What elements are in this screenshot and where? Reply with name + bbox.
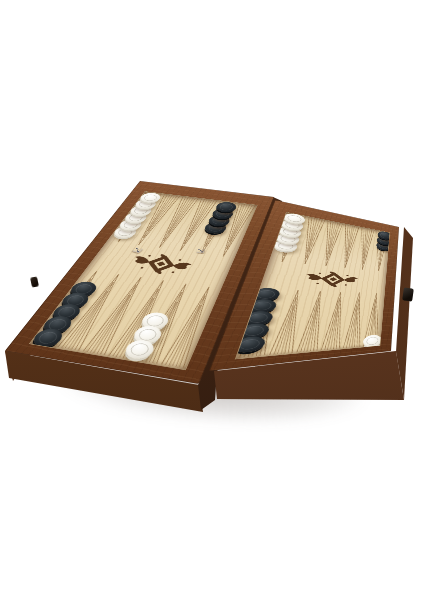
medallion-ornament [301,268,361,290]
die[interactable] [196,248,205,253]
clasp-latch-icon[interactable] [402,287,414,301]
clasp-latch-icon[interactable] [30,276,39,287]
game-label: backgammon [0,0,1,1]
checker-white[interactable] [363,334,382,347]
backgammon-product-photo: backgammon [0,0,424,600]
